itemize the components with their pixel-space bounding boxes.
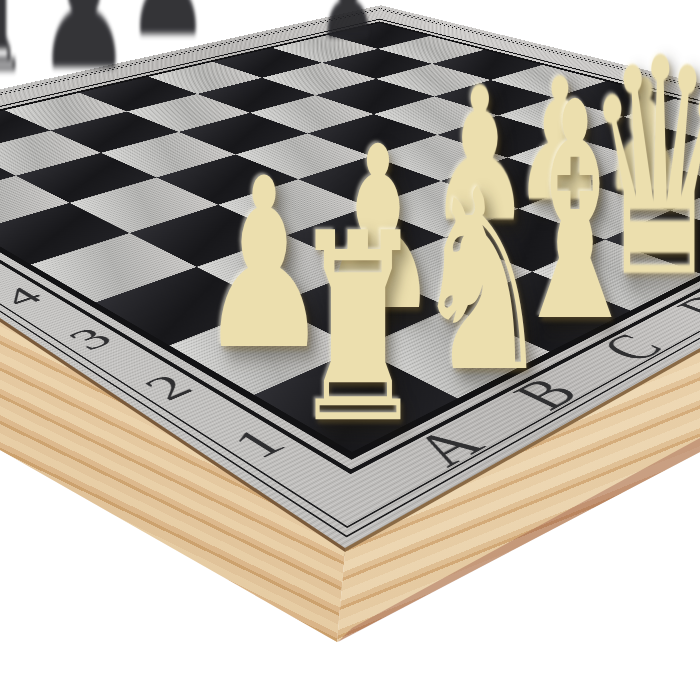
white-rook-a1-piece[interactable]: ♜: [290, 199, 425, 459]
pieces-layer: ♜♟♟♟♟♟♟♛♝♟♟♞♜: [0, 0, 700, 700]
black-far-2[interactable]: ♟: [37, 0, 131, 93]
black-far-3[interactable]: ♟: [126, 0, 209, 57]
black-far-1[interactable]: ♜: [0, 0, 30, 93]
white-knight-b1-piece[interactable]: ♞: [413, 157, 552, 407]
chess-photo-stage: ABCDEFGH12345678 ♜♟♟♟♟♟♟♛♝♟♟♞♜: [0, 0, 700, 700]
black-far-4[interactable]: ♟: [317, 0, 378, 54]
